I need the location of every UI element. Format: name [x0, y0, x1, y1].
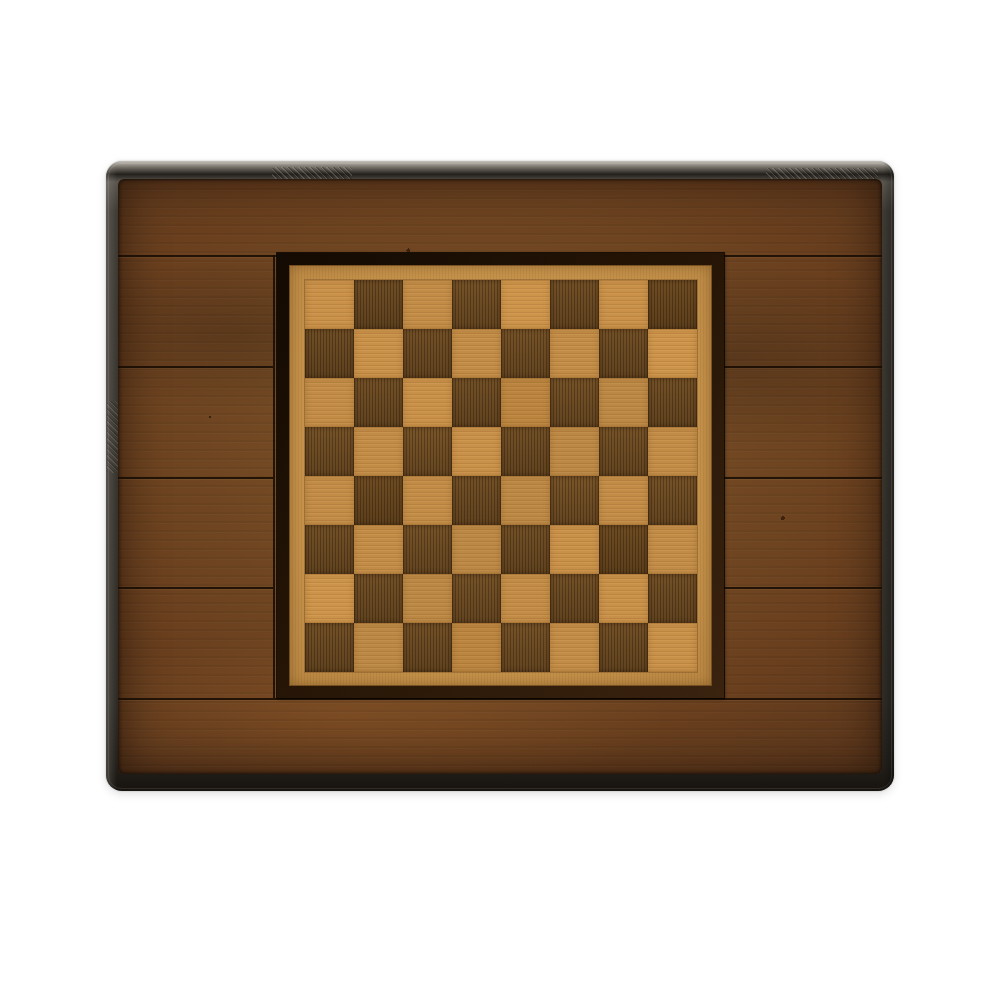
square-b1[interactable] [354, 623, 403, 672]
plank-seam [722, 366, 882, 368]
chessboard-inlay [277, 253, 724, 698]
game-table-top [106, 161, 894, 791]
grain-hatch-detail [766, 168, 878, 179]
square-h7[interactable] [648, 329, 697, 378]
square-f6[interactable] [550, 378, 599, 427]
square-b4[interactable] [354, 476, 403, 525]
square-h5[interactable] [648, 427, 697, 476]
square-e5[interactable] [501, 427, 550, 476]
square-c1[interactable] [403, 623, 452, 672]
square-g6[interactable] [599, 378, 648, 427]
square-f1[interactable] [550, 623, 599, 672]
square-e6[interactable] [501, 378, 550, 427]
square-g4[interactable] [599, 476, 648, 525]
plank-seam [118, 587, 273, 589]
square-e7[interactable] [501, 329, 550, 378]
square-h2[interactable] [648, 574, 697, 623]
square-b7[interactable] [354, 329, 403, 378]
square-f5[interactable] [550, 427, 599, 476]
square-c6[interactable] [403, 378, 452, 427]
square-a8[interactable] [305, 280, 354, 329]
plank-seam [118, 477, 273, 479]
square-f3[interactable] [550, 525, 599, 574]
plank-seam [118, 698, 882, 700]
square-e2[interactable] [501, 574, 550, 623]
square-b3[interactable] [354, 525, 403, 574]
square-h4[interactable] [648, 476, 697, 525]
square-g3[interactable] [599, 525, 648, 574]
square-a4[interactable] [305, 476, 354, 525]
square-b5[interactable] [354, 427, 403, 476]
square-g1[interactable] [599, 623, 648, 672]
square-h6[interactable] [648, 378, 697, 427]
square-a7[interactable] [305, 329, 354, 378]
square-e3[interactable] [501, 525, 550, 574]
square-d4[interactable] [452, 476, 501, 525]
square-c5[interactable] [403, 427, 452, 476]
square-c4[interactable] [403, 476, 452, 525]
square-a1[interactable] [305, 623, 354, 672]
square-a3[interactable] [305, 525, 354, 574]
square-h8[interactable] [648, 280, 697, 329]
square-a6[interactable] [305, 378, 354, 427]
square-b6[interactable] [354, 378, 403, 427]
square-d1[interactable] [452, 623, 501, 672]
square-a5[interactable] [305, 427, 354, 476]
square-c3[interactable] [403, 525, 452, 574]
board-margin-frame [289, 265, 712, 686]
square-c2[interactable] [403, 574, 452, 623]
square-b2[interactable] [354, 574, 403, 623]
square-g5[interactable] [599, 427, 648, 476]
square-g8[interactable] [599, 280, 648, 329]
square-f4[interactable] [550, 476, 599, 525]
square-c7[interactable] [403, 329, 452, 378]
walnut-plank-surface [118, 179, 882, 774]
square-d5[interactable] [452, 427, 501, 476]
square-d8[interactable] [452, 280, 501, 329]
board-field [305, 280, 697, 672]
square-b8[interactable] [354, 280, 403, 329]
square-d2[interactable] [452, 574, 501, 623]
square-e8[interactable] [501, 280, 550, 329]
square-f2[interactable] [550, 574, 599, 623]
square-f8[interactable] [550, 280, 599, 329]
square-h3[interactable] [648, 525, 697, 574]
square-f7[interactable] [550, 329, 599, 378]
plank-groove [273, 255, 275, 698]
grain-hatch-detail [107, 401, 118, 473]
square-d3[interactable] [452, 525, 501, 574]
square-e4[interactable] [501, 476, 550, 525]
square-e1[interactable] [501, 623, 550, 672]
square-c8[interactable] [403, 280, 452, 329]
plank-seam [722, 587, 882, 589]
plank-seam [118, 366, 273, 368]
photo-background [0, 0, 1000, 1000]
plank-seam [722, 477, 882, 479]
square-g2[interactable] [599, 574, 648, 623]
square-a2[interactable] [305, 574, 354, 623]
square-h1[interactable] [648, 623, 697, 672]
square-g7[interactable] [599, 329, 648, 378]
square-d7[interactable] [452, 329, 501, 378]
square-d6[interactable] [452, 378, 501, 427]
